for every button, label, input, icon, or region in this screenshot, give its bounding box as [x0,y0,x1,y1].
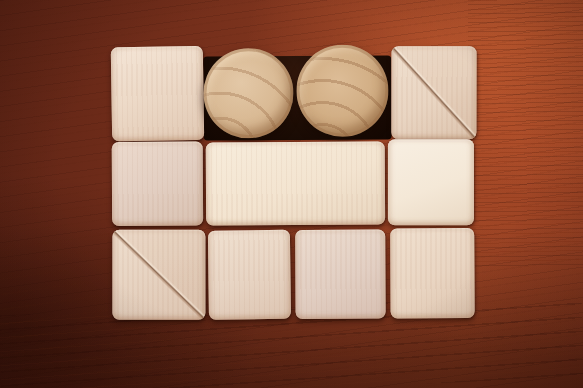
block-cube-row2-col4 [388,139,474,225]
block-cube-row1-col1 [111,46,204,141]
block-cube-row3-col2 [208,230,291,320]
block-rectangle-row2-center [206,142,385,226]
block-arrangement [0,0,583,388]
block-triangle-square-row1-col4 [391,46,476,139]
photo-wooden-blocks-on-table [0,0,583,388]
block-cylinder-row1-right [296,44,388,136]
block-cube-row3-col4 [390,228,474,318]
block-cube-row2-col1 [112,141,203,225]
block-triangle-square-row3-col1 [112,230,205,320]
block-cube-row3-col3 [295,230,385,319]
block-cylinder-row1-left [203,48,293,138]
